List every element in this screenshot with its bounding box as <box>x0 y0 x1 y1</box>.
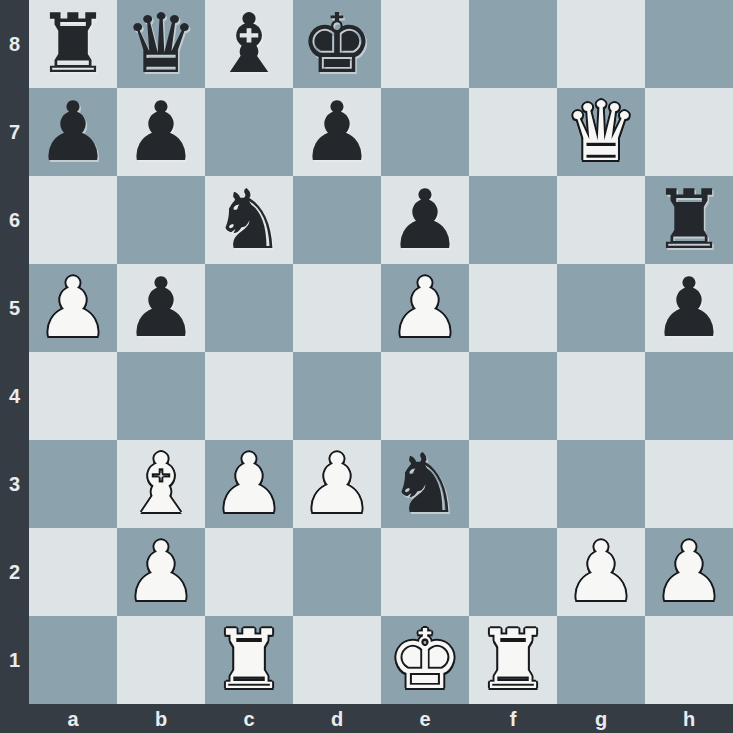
square-h3[interactable] <box>645 440 733 528</box>
file-label-f: f <box>469 704 557 733</box>
square-g2[interactable]: ♟ <box>557 528 645 616</box>
rank-label-8: 8 <box>0 0 29 88</box>
square-a6[interactable] <box>29 176 117 264</box>
black-knight[interactable]: ♞ <box>212 176 286 264</box>
square-a8[interactable]: ♜ <box>29 0 117 88</box>
square-h5[interactable]: ♟ <box>645 264 733 352</box>
square-b2[interactable]: ♟ <box>117 528 205 616</box>
square-c2[interactable] <box>205 528 293 616</box>
square-b8[interactable]: ♛ <box>117 0 205 88</box>
white-rook[interactable]: ♜ <box>476 616 550 704</box>
white-pawn[interactable]: ♟ <box>124 528 198 616</box>
square-g1[interactable] <box>557 616 645 704</box>
file-label-g: g <box>557 704 645 733</box>
square-h4[interactable] <box>645 352 733 440</box>
white-pawn[interactable]: ♟ <box>652 528 726 616</box>
square-d1[interactable] <box>293 616 381 704</box>
square-d2[interactable] <box>293 528 381 616</box>
file-label-b: b <box>117 704 205 733</box>
square-f8[interactable] <box>469 0 557 88</box>
black-pawn[interactable]: ♟ <box>652 264 726 352</box>
white-pawn[interactable]: ♟ <box>300 440 374 528</box>
square-f6[interactable] <box>469 176 557 264</box>
square-e2[interactable] <box>381 528 469 616</box>
square-c1[interactable]: ♜ <box>205 616 293 704</box>
square-a3[interactable] <box>29 440 117 528</box>
black-pawn[interactable]: ♟ <box>388 176 462 264</box>
white-bishop[interactable]: ♝ <box>124 440 198 528</box>
rank-label-1: 1 <box>0 616 29 704</box>
rank-label-3: 3 <box>0 440 29 528</box>
square-d3[interactable]: ♟ <box>293 440 381 528</box>
square-g6[interactable] <box>557 176 645 264</box>
square-d6[interactable] <box>293 176 381 264</box>
black-pawn[interactable]: ♟ <box>124 88 198 176</box>
square-f1[interactable]: ♜ <box>469 616 557 704</box>
square-e4[interactable] <box>381 352 469 440</box>
black-bishop[interactable]: ♝ <box>212 0 286 88</box>
square-d4[interactable] <box>293 352 381 440</box>
black-king[interactable]: ♚ <box>300 0 374 88</box>
square-f4[interactable] <box>469 352 557 440</box>
chess-board-container: 87654321 ♜♛♝♚♟♟♟♛♞♟♜♟♟♟♟♝♟♟♞♟♟♟♜♚♜ abcde… <box>0 0 733 733</box>
rank-label-4: 4 <box>0 352 29 440</box>
square-c3[interactable]: ♟ <box>205 440 293 528</box>
rank-label-5: 5 <box>0 264 29 352</box>
square-f3[interactable] <box>469 440 557 528</box>
square-c4[interactable] <box>205 352 293 440</box>
black-pawn[interactable]: ♟ <box>300 88 374 176</box>
square-c6[interactable]: ♞ <box>205 176 293 264</box>
rank-label-6: 6 <box>0 176 29 264</box>
square-h1[interactable] <box>645 616 733 704</box>
chess-board: ♜♛♝♚♟♟♟♛♞♟♜♟♟♟♟♝♟♟♞♟♟♟♜♚♜ <box>29 0 733 704</box>
square-a4[interactable] <box>29 352 117 440</box>
square-b4[interactable] <box>117 352 205 440</box>
black-pawn[interactable]: ♟ <box>36 88 110 176</box>
square-g8[interactable] <box>557 0 645 88</box>
square-d5[interactable] <box>293 264 381 352</box>
file-label-e: e <box>381 704 469 733</box>
white-pawn[interactable]: ♟ <box>564 528 638 616</box>
square-h8[interactable] <box>645 0 733 88</box>
white-king[interactable]: ♚ <box>388 616 462 704</box>
white-rook[interactable]: ♜ <box>212 616 286 704</box>
file-label-a: a <box>29 704 117 733</box>
square-c5[interactable] <box>205 264 293 352</box>
square-e8[interactable] <box>381 0 469 88</box>
black-rook[interactable]: ♜ <box>36 0 110 88</box>
square-b6[interactable] <box>117 176 205 264</box>
square-b7[interactable]: ♟ <box>117 88 205 176</box>
black-rook[interactable]: ♜ <box>652 176 726 264</box>
rank-labels: 87654321 <box>0 0 29 704</box>
black-knight[interactable]: ♞ <box>388 440 462 528</box>
square-f2[interactable] <box>469 528 557 616</box>
rank-label-2: 2 <box>0 528 29 616</box>
square-e3[interactable]: ♞ <box>381 440 469 528</box>
file-labels: abcdefgh <box>29 704 733 733</box>
square-a7[interactable]: ♟ <box>29 88 117 176</box>
square-c7[interactable] <box>205 88 293 176</box>
file-label-h: h <box>645 704 733 733</box>
square-a1[interactable] <box>29 616 117 704</box>
square-g3[interactable] <box>557 440 645 528</box>
square-f5[interactable] <box>469 264 557 352</box>
square-b5[interactable]: ♟ <box>117 264 205 352</box>
square-b1[interactable] <box>117 616 205 704</box>
square-g5[interactable] <box>557 264 645 352</box>
square-h2[interactable]: ♟ <box>645 528 733 616</box>
black-queen[interactable]: ♛ <box>124 0 198 88</box>
square-e7[interactable] <box>381 88 469 176</box>
file-label-c: c <box>205 704 293 733</box>
square-f7[interactable] <box>469 88 557 176</box>
square-e5[interactable]: ♟ <box>381 264 469 352</box>
white-pawn[interactable]: ♟ <box>388 264 462 352</box>
square-b3[interactable]: ♝ <box>117 440 205 528</box>
black-pawn[interactable]: ♟ <box>124 264 198 352</box>
square-e6[interactable]: ♟ <box>381 176 469 264</box>
square-d8[interactable]: ♚ <box>293 0 381 88</box>
square-e1[interactable]: ♚ <box>381 616 469 704</box>
square-a5[interactable]: ♟ <box>29 264 117 352</box>
square-h6[interactable]: ♜ <box>645 176 733 264</box>
file-label-d: d <box>293 704 381 733</box>
white-pawn[interactable]: ♟ <box>36 264 110 352</box>
square-a2[interactable] <box>29 528 117 616</box>
square-g4[interactable] <box>557 352 645 440</box>
white-queen[interactable]: ♛ <box>564 88 638 176</box>
square-h7[interactable] <box>645 88 733 176</box>
square-c8[interactable]: ♝ <box>205 0 293 88</box>
square-g7[interactable]: ♛ <box>557 88 645 176</box>
white-pawn[interactable]: ♟ <box>212 440 286 528</box>
square-d7[interactable]: ♟ <box>293 88 381 176</box>
rank-label-7: 7 <box>0 88 29 176</box>
